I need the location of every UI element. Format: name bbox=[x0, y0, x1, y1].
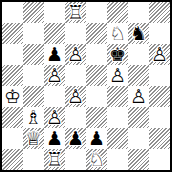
black-pawn-piece: ♟♟ bbox=[44, 44, 65, 65]
white-pawn-piece: ♟♙ bbox=[149, 44, 170, 65]
square-a5 bbox=[2, 65, 23, 86]
square-h4 bbox=[149, 86, 170, 107]
square-c7 bbox=[44, 23, 65, 44]
black-knight-piece: ♞♞ bbox=[128, 23, 149, 44]
square-g8 bbox=[128, 2, 149, 23]
square-d3 bbox=[65, 107, 86, 128]
square-a1 bbox=[2, 149, 23, 170]
white-pawn-piece: ♟♙ bbox=[128, 86, 149, 107]
square-a2 bbox=[2, 128, 23, 149]
square-h3 bbox=[149, 107, 170, 128]
square-b5 bbox=[23, 65, 44, 86]
black-king-piece: ♚♚ bbox=[107, 44, 128, 65]
white-knight-piece: ♞♘ bbox=[107, 23, 128, 44]
square-h5 bbox=[149, 65, 170, 86]
square-b7 bbox=[23, 23, 44, 44]
square-e6 bbox=[86, 44, 107, 65]
square-h2 bbox=[149, 128, 170, 149]
white-rook-piece: ♜♖ bbox=[65, 2, 86, 23]
square-f6: ♚♚ bbox=[107, 44, 128, 65]
square-d4: ♟♙ bbox=[65, 86, 86, 107]
square-h1 bbox=[149, 149, 170, 170]
square-g4: ♟♙ bbox=[128, 86, 149, 107]
square-e7 bbox=[86, 23, 107, 44]
square-f1 bbox=[107, 149, 128, 170]
square-a4: ♚♔ bbox=[2, 86, 23, 107]
square-f2 bbox=[107, 128, 128, 149]
square-b4 bbox=[23, 86, 44, 107]
chess-board: ♜♖♞♘♞♞♟♟♟♙♚♚♟♙♟♙♟♙♚♔♟♙♟♙♝♗♟♙♛♕♟♟♟♟♟♟♜♖♞♘ bbox=[2, 2, 170, 170]
black-pawn-piece: ♟♟ bbox=[65, 128, 86, 149]
square-b6 bbox=[23, 44, 44, 65]
white-pawn-piece: ♟♙ bbox=[65, 86, 86, 107]
square-d6: ♟♙ bbox=[65, 44, 86, 65]
white-pawn-piece: ♟♙ bbox=[107, 65, 128, 86]
square-c6: ♟♟ bbox=[44, 44, 65, 65]
square-b8 bbox=[23, 2, 44, 23]
white-bishop-piece: ♝♗ bbox=[23, 107, 44, 128]
square-e3 bbox=[86, 107, 107, 128]
square-b1 bbox=[23, 149, 44, 170]
square-h6: ♟♙ bbox=[149, 44, 170, 65]
black-pawn-piece: ♟♟ bbox=[86, 128, 107, 149]
square-f5: ♟♙ bbox=[107, 65, 128, 86]
square-c4 bbox=[44, 86, 65, 107]
square-e2: ♟♟ bbox=[86, 128, 107, 149]
white-pawn-piece: ♟♙ bbox=[44, 107, 65, 128]
white-knight-piece: ♞♘ bbox=[86, 149, 107, 170]
square-d7 bbox=[65, 23, 86, 44]
square-e5 bbox=[86, 65, 107, 86]
square-c2: ♟♟ bbox=[44, 128, 65, 149]
white-rook-piece: ♜♖ bbox=[44, 149, 65, 170]
square-c3: ♟♙ bbox=[44, 107, 65, 128]
square-c5: ♟♙ bbox=[44, 65, 65, 86]
square-a7 bbox=[2, 23, 23, 44]
chess-diagram: ♜♖♞♘♞♞♟♟♟♙♚♚♟♙♟♙♟♙♚♔♟♙♟♙♝♗♟♙♛♕♟♟♟♟♟♟♜♖♞♘ bbox=[0, 0, 172, 172]
square-f4 bbox=[107, 86, 128, 107]
square-a8 bbox=[2, 2, 23, 23]
square-f8 bbox=[107, 2, 128, 23]
square-a3 bbox=[2, 107, 23, 128]
square-f3 bbox=[107, 107, 128, 128]
square-d8: ♜♖ bbox=[65, 2, 86, 23]
square-g7: ♞♞ bbox=[128, 23, 149, 44]
square-c8 bbox=[44, 2, 65, 23]
square-g6 bbox=[128, 44, 149, 65]
square-d2: ♟♟ bbox=[65, 128, 86, 149]
square-g5 bbox=[128, 65, 149, 86]
white-king-piece: ♚♔ bbox=[2, 86, 23, 107]
square-b2: ♛♕ bbox=[23, 128, 44, 149]
square-d5 bbox=[65, 65, 86, 86]
white-pawn-piece: ♟♙ bbox=[65, 44, 86, 65]
square-h8 bbox=[149, 2, 170, 23]
square-a6 bbox=[2, 44, 23, 65]
square-e4 bbox=[86, 86, 107, 107]
square-g2 bbox=[128, 128, 149, 149]
square-h7 bbox=[149, 23, 170, 44]
square-g1 bbox=[128, 149, 149, 170]
square-e8 bbox=[86, 2, 107, 23]
black-pawn-piece: ♟♟ bbox=[44, 128, 65, 149]
white-queen-piece: ♛♕ bbox=[23, 128, 44, 149]
square-g3 bbox=[128, 107, 149, 128]
square-d1 bbox=[65, 149, 86, 170]
square-c1: ♜♖ bbox=[44, 149, 65, 170]
square-e1: ♞♘ bbox=[86, 149, 107, 170]
white-pawn-piece: ♟♙ bbox=[44, 65, 65, 86]
square-f7: ♞♘ bbox=[107, 23, 128, 44]
square-b3: ♝♗ bbox=[23, 107, 44, 128]
